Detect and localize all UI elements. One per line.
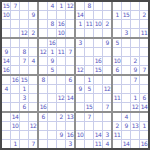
cell-r1c6-given[interactable]: 4 — [48, 2, 56, 10]
cell-r3c8-empty[interactable] — [66, 20, 74, 28]
cell-r1c9-empty[interactable] — [76, 2, 84, 10]
cell-r13c6-empty[interactable] — [48, 113, 56, 121]
cell-r2c7-empty[interactable] — [57, 11, 65, 19]
cell-r11c10-empty[interactable] — [85, 94, 93, 102]
cell-r3c12-given[interactable]: 2 — [103, 20, 111, 28]
cell-r15c2-empty[interactable] — [11, 131, 19, 139]
box-r1c2: 411281610 — [39, 2, 74, 37]
cell-r12c3-given[interactable]: 6 — [20, 103, 28, 111]
cell-r6c4-empty[interactable] — [29, 48, 37, 56]
cell-r16c11-given[interactable]: 11 — [94, 140, 102, 148]
box-r3c2: 86121416 — [39, 76, 74, 111]
cell-r16c15-empty[interactable] — [131, 140, 139, 148]
cell-r14c14-given[interactable]: 9 — [122, 122, 130, 130]
cell-r7c2-empty[interactable] — [11, 57, 19, 65]
cell-r2c1-given[interactable]: 10 — [2, 11, 10, 19]
cell-r5c9-given[interactable]: 3 — [76, 39, 84, 47]
cell-r6c1-given[interactable]: 9 — [2, 48, 10, 56]
cell-r4c7-given[interactable]: 10 — [57, 29, 65, 37]
cell-r7c5-empty[interactable] — [39, 57, 47, 65]
cell-r12c7-empty[interactable] — [57, 103, 65, 111]
cell-r10c2-empty[interactable] — [11, 85, 19, 93]
cell-r14c2-given[interactable]: 10 — [11, 122, 19, 130]
cell-r6c5-given[interactable]: 12 — [39, 48, 47, 56]
cell-r1c14-empty[interactable] — [122, 2, 130, 10]
cell-r2c12-empty[interactable] — [103, 11, 111, 19]
cell-r4c12-empty[interactable] — [103, 29, 111, 37]
cell-r11c3-given[interactable]: 3 — [20, 94, 28, 102]
cell-r2c2-empty[interactable] — [11, 11, 19, 19]
cell-r11c4-empty[interactable] — [29, 94, 37, 102]
cell-r8c11-given[interactable]: 15 — [94, 66, 102, 74]
cell-r4c11-empty[interactable] — [94, 29, 102, 37]
cell-r14c6-empty[interactable] — [48, 122, 56, 130]
cell-r9c16-empty[interactable] — [140, 76, 148, 84]
cell-r4c10-empty[interactable] — [85, 29, 93, 37]
cell-r10c15-empty[interactable] — [131, 85, 139, 93]
cell-r4c15-empty[interactable] — [131, 29, 139, 37]
cell-r14c9-empty[interactable] — [76, 122, 84, 130]
cell-r3c14-empty[interactable] — [122, 20, 130, 28]
cell-r2c14-given[interactable]: 15 — [122, 11, 130, 19]
cell-r6c15-empty[interactable] — [131, 48, 139, 56]
cell-r4c1-empty[interactable] — [2, 29, 10, 37]
cell-r5c8-empty[interactable] — [66, 39, 74, 47]
cell-r4c2-empty[interactable] — [11, 29, 19, 37]
cell-r2c8-empty[interactable] — [66, 11, 74, 19]
cell-r10c12-given[interactable]: 12 — [103, 85, 111, 93]
cell-r1c15-empty[interactable] — [131, 2, 139, 10]
cell-r7c11-given[interactable]: 16 — [94, 57, 102, 65]
cell-r11c8-given[interactable]: 14 — [66, 94, 74, 102]
cell-r13c8-given[interactable]: 13 — [66, 113, 74, 121]
cell-r1c7-given[interactable]: 1 — [57, 2, 65, 10]
cell-r1c1-given[interactable]: 15 — [2, 2, 10, 10]
cell-r16c6-empty[interactable] — [48, 140, 56, 148]
cell-r9c7-empty[interactable] — [57, 76, 65, 84]
cell-r16c13-empty[interactable] — [113, 140, 121, 148]
cell-r10c1-given[interactable]: 4 — [2, 85, 10, 93]
cell-r14c5-empty[interactable] — [39, 122, 47, 130]
cell-r15c6-empty[interactable] — [48, 131, 56, 139]
box-r3c3: 19512157 — [76, 76, 111, 111]
cell-r8c13-given[interactable]: 6 — [113, 66, 121, 74]
cell-r7c12-empty[interactable] — [103, 57, 111, 65]
cell-r3c10-given[interactable]: 11 — [85, 20, 93, 28]
cell-r6c3-given[interactable]: 8 — [20, 48, 28, 56]
cell-r10c13-empty[interactable] — [113, 85, 121, 93]
box-r2c2: 1612111795 — [39, 39, 74, 74]
cell-r2c9-given[interactable]: 14 — [76, 11, 84, 19]
cell-r10c14-empty[interactable] — [122, 85, 130, 93]
cell-r8c6-given[interactable]: 5 — [48, 66, 56, 74]
cell-r3c13-empty[interactable] — [113, 20, 121, 28]
cell-r7c13-given[interactable]: 10 — [113, 57, 121, 65]
cell-r6c9-empty[interactable] — [76, 48, 84, 56]
cell-r8c14-empty[interactable] — [122, 66, 130, 74]
box-r2c3: 39161215 — [76, 39, 111, 74]
cell-r12c10-given[interactable]: 15 — [85, 103, 93, 111]
box-r1c4: 1152311 — [113, 2, 148, 37]
cell-r1c16-empty[interactable] — [140, 2, 148, 10]
cell-r9c10-given[interactable]: 1 — [85, 76, 93, 84]
box-r4c3: 710143114 — [76, 113, 111, 148]
cell-r14c13-given[interactable]: 2 — [113, 122, 121, 130]
cell-r4c16-given[interactable]: 11 — [140, 29, 148, 37]
cell-r11c16-given[interactable]: 6 — [140, 94, 148, 102]
cell-r7c16-empty[interactable] — [140, 57, 148, 65]
cell-r11c12-empty[interactable] — [103, 94, 111, 102]
cell-r15c10-empty[interactable] — [85, 131, 93, 139]
cell-r13c16-empty[interactable] — [140, 113, 148, 121]
cell-r13c11-empty[interactable] — [94, 113, 102, 121]
cell-r9c5-given[interactable]: 8 — [39, 76, 47, 84]
cell-r5c5-empty[interactable] — [39, 39, 47, 47]
cell-r2c6-empty[interactable] — [48, 11, 56, 19]
cell-r7c6-given[interactable]: 9 — [48, 57, 56, 65]
cell-r3c6-given[interactable]: 8 — [48, 20, 56, 28]
cell-r2c11-empty[interactable] — [94, 11, 102, 19]
cell-r8c15-given[interactable]: 9 — [131, 66, 139, 74]
cell-r11c11-empty[interactable] — [94, 94, 102, 102]
cell-r3c4-empty[interactable] — [29, 20, 37, 28]
cell-r8c2-empty[interactable] — [11, 66, 19, 74]
cell-r3c1-empty[interactable] — [2, 20, 10, 28]
cell-r9c13-empty[interactable] — [113, 76, 121, 84]
cell-r12c14-empty[interactable] — [122, 103, 130, 111]
cell-r8c8-empty[interactable] — [66, 66, 74, 74]
cell-r14c15-given[interactable]: 13 — [131, 122, 139, 130]
cell-r10c9-given[interactable]: 9 — [76, 85, 84, 93]
cell-r11c9-empty[interactable] — [76, 94, 84, 102]
cell-r1c3-empty[interactable] — [20, 2, 28, 10]
box-r4c2: 62139163 — [39, 113, 74, 148]
cell-r16c5-empty[interactable] — [39, 140, 47, 148]
cell-r4c9-empty[interactable] — [76, 29, 84, 37]
cell-r7c15-given[interactable]: 2 — [131, 57, 139, 65]
cell-r11c15-given[interactable]: 1 — [131, 94, 139, 102]
cell-r5c13-given[interactable]: 5 — [113, 39, 121, 47]
cell-r10c16-empty[interactable] — [140, 85, 148, 93]
cell-r4c4-given[interactable]: 2 — [29, 29, 37, 37]
cell-r5c15-empty[interactable] — [131, 39, 139, 47]
cell-r16c9-empty[interactable] — [76, 140, 84, 148]
cell-r5c3-empty[interactable] — [20, 39, 28, 47]
cell-r1c5-empty[interactable] — [39, 2, 47, 10]
cell-r7c8-empty[interactable] — [66, 57, 74, 65]
cell-r7c9-empty[interactable] — [76, 57, 84, 65]
cell-r16c12-given[interactable]: 4 — [103, 140, 111, 148]
cell-r8c16-given[interactable]: 7 — [140, 66, 148, 74]
cell-r15c4-empty[interactable] — [29, 131, 37, 139]
cell-r1c2-given[interactable]: 7 — [11, 2, 19, 10]
cell-r10c11-empty[interactable] — [94, 85, 102, 93]
cell-r3c5-empty[interactable] — [39, 20, 47, 28]
cell-r9c6-empty[interactable] — [48, 76, 56, 84]
cell-r16c14-given[interactable]: 14 — [122, 140, 130, 148]
cell-r10c4-empty[interactable] — [29, 85, 37, 93]
cell-r6c12-empty[interactable] — [103, 48, 111, 56]
cell-r6c2-empty[interactable] — [11, 48, 19, 56]
cell-r5c2-empty[interactable] — [11, 39, 19, 47]
cell-r15c12-given[interactable]: 3 — [103, 131, 111, 139]
box-r1c1: 157109122 — [2, 2, 37, 37]
cell-r13c9-empty[interactable] — [76, 113, 84, 121]
cell-r8c9-given[interactable]: 12 — [76, 66, 84, 74]
cell-r13c2-given[interactable]: 14 — [11, 113, 19, 121]
cell-r5c10-empty[interactable] — [85, 39, 93, 47]
cell-r13c12-empty[interactable] — [103, 113, 111, 121]
cell-r12c13-empty[interactable] — [113, 103, 121, 111]
box-r3c4: 711161214 — [113, 76, 148, 111]
cell-r15c15-empty[interactable] — [131, 131, 139, 139]
cell-r10c7-empty[interactable] — [57, 85, 65, 93]
cell-r5c16-empty[interactable] — [140, 39, 148, 47]
cell-r6c8-given[interactable]: 7 — [66, 48, 74, 56]
cell-r6c6-given[interactable]: 1 — [48, 48, 56, 56]
cell-r11c1-empty[interactable] — [2, 94, 10, 102]
cell-r9c15-given[interactable]: 7 — [131, 76, 139, 84]
sudoku-board: 1571091224112816108141111021152311981474… — [0, 0, 150, 150]
cell-r2c15-empty[interactable] — [131, 11, 139, 19]
cell-r3c9-given[interactable]: 1 — [76, 20, 84, 28]
cell-r11c2-empty[interactable] — [11, 94, 19, 102]
cell-r3c3-empty[interactable] — [20, 20, 28, 28]
cell-r1c4-empty[interactable] — [29, 2, 37, 10]
cell-r5c1-empty[interactable] — [2, 39, 10, 47]
cell-r11c13-given[interactable]: 11 — [113, 94, 121, 102]
cell-r14c16-given[interactable]: 1 — [140, 122, 148, 130]
cell-r1c13-empty[interactable] — [113, 2, 121, 10]
cell-r14c3-empty[interactable] — [20, 122, 28, 130]
cell-r14c1-empty[interactable] — [2, 122, 10, 130]
cell-r15c3-empty[interactable] — [20, 131, 28, 139]
cell-r10c6-empty[interactable] — [48, 85, 56, 93]
cell-r7c3-given[interactable]: 7 — [20, 57, 28, 65]
cell-r14c10-empty[interactable] — [85, 122, 93, 130]
cell-r15c1-empty[interactable] — [2, 131, 10, 139]
box-r2c1: 98147416 — [2, 39, 37, 74]
cell-r12c12-given[interactable]: 7 — [103, 103, 111, 111]
cell-r12c16-given[interactable]: 14 — [140, 103, 148, 111]
cell-r4c8-empty[interactable] — [66, 29, 74, 37]
cell-r15c5-empty[interactable] — [39, 131, 47, 139]
cell-r16c7-empty[interactable] — [57, 140, 65, 148]
cell-r16c8-given[interactable]: 3 — [66, 140, 74, 148]
cell-r2c10-empty[interactable] — [85, 11, 93, 19]
cell-r11c6-empty[interactable] — [48, 94, 56, 102]
cell-r13c15-empty[interactable] — [131, 113, 139, 121]
cell-r11c7-given[interactable]: 12 — [57, 94, 65, 102]
cell-r12c11-empty[interactable] — [94, 103, 102, 111]
cell-r2c16-given[interactable]: 2 — [140, 11, 148, 19]
cell-r13c3-empty[interactable] — [20, 113, 28, 121]
cell-r14c12-empty[interactable] — [103, 122, 111, 130]
cell-r4c14-given[interactable]: 3 — [122, 29, 130, 37]
cell-r5c12-given[interactable]: 9 — [103, 39, 111, 47]
cell-r7c10-empty[interactable] — [85, 57, 93, 65]
cell-r15c7-given[interactable]: 9 — [57, 131, 65, 139]
cell-r13c14-given[interactable]: 4 — [122, 113, 130, 121]
cell-r2c3-empty[interactable] — [20, 11, 28, 19]
cell-r16c1-empty[interactable] — [2, 140, 10, 148]
cell-r16c4-given[interactable]: 7 — [29, 140, 37, 148]
cell-r4c6-empty[interactable] — [48, 29, 56, 37]
cell-r6c10-empty[interactable] — [85, 48, 93, 56]
cell-r3c7-given[interactable]: 16 — [57, 20, 65, 28]
cell-r9c4-empty[interactable] — [29, 76, 37, 84]
cell-r12c8-empty[interactable] — [66, 103, 74, 111]
cell-r4c13-empty[interactable] — [113, 29, 121, 37]
cell-r9c11-empty[interactable] — [94, 76, 102, 84]
cell-r5c6-given[interactable]: 16 — [48, 39, 56, 47]
cell-r4c5-empty[interactable] — [39, 29, 47, 37]
cell-r8c1-given[interactable]: 16 — [2, 66, 10, 74]
cell-r3c15-empty[interactable] — [131, 20, 139, 28]
cell-r8c3-empty[interactable] — [20, 66, 28, 74]
cell-r12c5-given[interactable]: 16 — [39, 103, 47, 111]
cell-r6c13-empty[interactable] — [113, 48, 121, 56]
cell-r9c12-empty[interactable] — [103, 76, 111, 84]
cell-r11c14-empty[interactable] — [122, 94, 130, 102]
cell-r13c10-given[interactable]: 7 — [85, 113, 93, 121]
box-r3c1: 16154136 — [2, 76, 37, 111]
cell-r9c14-empty[interactable] — [122, 76, 130, 84]
cell-r4c3-given[interactable]: 12 — [20, 29, 28, 37]
box-r4c4: 429131111416 — [113, 113, 148, 148]
cell-r1c10-given[interactable]: 8 — [85, 2, 93, 10]
cell-r8c4-empty[interactable] — [29, 66, 37, 74]
cell-r5c11-empty[interactable] — [94, 39, 102, 47]
box-r1c3: 814111102 — [76, 2, 111, 37]
cell-r10c5-empty[interactable] — [39, 85, 47, 93]
cell-r15c14-empty[interactable] — [122, 131, 130, 139]
cell-r15c9-given[interactable]: 10 — [76, 131, 84, 139]
cell-r8c10-empty[interactable] — [85, 66, 93, 74]
cell-r5c14-empty[interactable] — [122, 39, 130, 47]
cell-r3c11-given[interactable]: 10 — [94, 20, 102, 28]
cell-r14c4-given[interactable]: 12 — [29, 122, 37, 130]
cell-r16c3-empty[interactable] — [20, 140, 28, 148]
cell-r13c7-given[interactable]: 2 — [57, 113, 65, 121]
cell-r15c13-given[interactable]: 11 — [113, 131, 121, 139]
cell-r3c16-empty[interactable] — [140, 20, 148, 28]
cell-r9c9-empty[interactable] — [76, 76, 84, 84]
cell-r15c11-given[interactable]: 14 — [94, 131, 102, 139]
cell-r14c8-empty[interactable] — [66, 122, 74, 130]
cell-r9c3-given[interactable]: 15 — [20, 76, 28, 84]
cell-r12c4-empty[interactable] — [29, 103, 37, 111]
cell-r9c1-empty[interactable] — [2, 76, 10, 84]
cell-r10c3-given[interactable]: 1 — [20, 85, 28, 93]
cell-r1c11-empty[interactable] — [94, 2, 102, 10]
cell-r6c16-empty[interactable] — [140, 48, 148, 56]
cell-r14c11-empty[interactable] — [94, 122, 102, 130]
cell-r12c6-empty[interactable] — [48, 103, 56, 111]
cell-r10c8-empty[interactable] — [66, 85, 74, 93]
cell-r5c7-empty[interactable] — [57, 39, 65, 47]
cell-r15c16-empty[interactable] — [140, 131, 148, 139]
cell-r3c2-empty[interactable] — [11, 20, 19, 28]
cell-r8c12-empty[interactable] — [103, 66, 111, 74]
cell-r7c14-empty[interactable] — [122, 57, 130, 65]
cell-r6c7-given[interactable]: 11 — [57, 48, 65, 56]
cell-r2c4-given[interactable]: 9 — [29, 11, 37, 19]
cell-r9c2-given[interactable]: 16 — [11, 76, 19, 84]
cell-r1c12-empty[interactable] — [103, 2, 111, 10]
cell-r12c15-given[interactable]: 12 — [131, 103, 139, 111]
cell-r1c8-given[interactable]: 12 — [66, 2, 74, 10]
cell-r12c1-empty[interactable] — [2, 103, 10, 111]
box-r4c1: 14101217 — [2, 113, 37, 148]
cell-r13c5-given[interactable]: 6 — [39, 113, 47, 121]
box-r2c4: 5102697 — [113, 39, 148, 74]
cell-r16c16-given[interactable]: 16 — [140, 140, 148, 148]
cell-r13c1-empty[interactable] — [2, 113, 10, 121]
cell-r10c10-given[interactable]: 5 — [85, 85, 93, 93]
cell-r14c7-empty[interactable] — [57, 122, 65, 130]
cell-r7c4-given[interactable]: 4 — [29, 57, 37, 65]
cell-r5c4-empty[interactable] — [29, 39, 37, 47]
cell-r6c14-empty[interactable] — [122, 48, 130, 56]
cell-r13c4-empty[interactable] — [29, 113, 37, 121]
cell-r12c9-empty[interactable] — [76, 103, 84, 111]
cell-r13c13-empty[interactable] — [113, 113, 121, 121]
cell-r2c5-empty[interactable] — [39, 11, 47, 19]
cell-r15c8-given[interactable]: 16 — [66, 131, 74, 139]
cell-r12c2-empty[interactable] — [11, 103, 19, 111]
cell-r7c7-empty[interactable] — [57, 57, 65, 65]
cell-r7c1-given[interactable]: 14 — [2, 57, 10, 65]
cell-r9c8-given[interactable]: 6 — [66, 76, 74, 84]
cell-r16c2-given[interactable]: 1 — [11, 140, 19, 148]
cell-r16c10-empty[interactable] — [85, 140, 93, 148]
cell-r8c5-empty[interactable] — [39, 66, 47, 74]
cell-r2c13-given[interactable]: 1 — [113, 11, 121, 19]
cell-r8c7-empty[interactable] — [57, 66, 65, 74]
cell-r6c11-empty[interactable] — [94, 48, 102, 56]
cell-r11c5-empty[interactable] — [39, 94, 47, 102]
